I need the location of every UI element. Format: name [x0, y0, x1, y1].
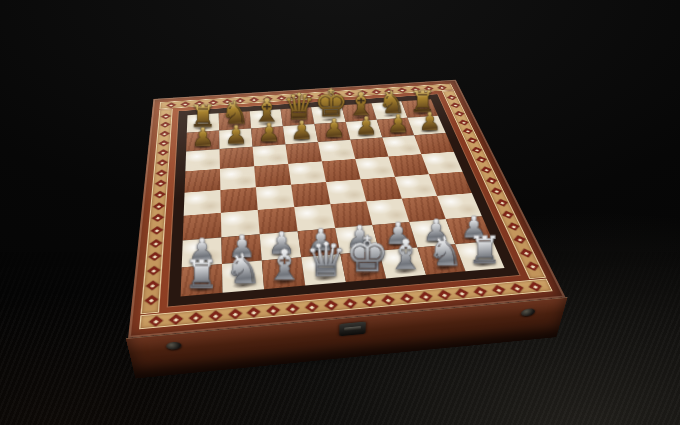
inlay-diamond-center	[366, 299, 371, 303]
inlay-diamond-center	[479, 158, 483, 160]
inlay-diamond-center	[290, 306, 295, 310]
inlay-diamond-center	[197, 102, 201, 104]
inlay-diamond	[169, 314, 183, 324]
square-f7: ♟	[346, 120, 383, 140]
inlay-diamond	[151, 214, 163, 222]
inlay-diamond-center	[440, 87, 443, 89]
inlay-diamond	[153, 191, 165, 198]
inlay-diamond	[400, 293, 413, 303]
square-b6	[220, 147, 255, 169]
piece-white-king: ♚	[346, 230, 387, 279]
inlay-diamond-center	[427, 87, 431, 89]
inlay-diamond	[458, 120, 468, 126]
piece-black-pawn: ♟	[285, 117, 318, 142]
inlay-diamond-center	[232, 312, 237, 316]
inlay-diamond-center	[239, 99, 243, 101]
inlay-diamond	[454, 111, 464, 116]
square-c4	[256, 185, 294, 210]
inlay-diamond	[513, 235, 525, 243]
inlay-diamond	[529, 281, 542, 291]
inlay-diamond-center	[309, 305, 314, 309]
inlay-diamond-center	[347, 92, 351, 94]
square-h4	[429, 172, 472, 196]
inlay-diamond-center	[515, 286, 520, 290]
inlay-diamond	[152, 202, 164, 209]
front-fitting-right	[520, 308, 535, 317]
inlay-diamond-center	[374, 91, 378, 93]
inlay-diamond	[267, 305, 281, 315]
inlay-diamond-center	[307, 95, 311, 97]
inlay-diamond-center	[153, 242, 158, 245]
inlay-diamond-center	[252, 310, 257, 314]
inlay-diamond-center	[489, 179, 493, 182]
square-g4	[395, 174, 437, 198]
inlay-diamond	[437, 290, 450, 300]
square-f5	[355, 157, 395, 180]
inlay-diamond	[286, 303, 300, 313]
square-g5	[388, 154, 428, 177]
inlay-diamond	[491, 188, 502, 195]
inlay-diamond-center	[158, 182, 162, 185]
inlay-diamond-center	[470, 139, 474, 141]
inlay-diamond-center	[387, 90, 391, 92]
inlay-diamond	[208, 310, 222, 320]
inlay-diamond	[446, 95, 455, 100]
inlay-diamond	[148, 252, 161, 261]
square-e5	[322, 159, 361, 182]
square-e7: ♟	[314, 122, 350, 142]
inlay-diamond	[507, 223, 519, 231]
inlay-diamond	[419, 291, 432, 301]
inlay-diamond-center	[404, 296, 409, 300]
inlay-diamond	[157, 150, 168, 156]
board-top: ♜♞♝♛♚♝♞♜♟♟♟♟♟♟♟♟♟♟♟♟♟♟♟♟♜♞♝♛♚♝♞♜	[128, 80, 565, 338]
square-c5	[254, 164, 291, 187]
square-d1: ♛	[301, 254, 346, 286]
front-clasp	[339, 322, 366, 337]
inlay-diamond	[228, 308, 242, 318]
inlay-diamond-center	[334, 93, 338, 95]
inlay-diamond-center	[457, 113, 461, 115]
inlay-diamond	[158, 140, 169, 146]
square-b1: ♞	[222, 261, 264, 293]
inlay-diamond	[147, 266, 160, 275]
inlay-diamond-center	[321, 94, 325, 96]
piece-black-pawn: ♟	[382, 111, 414, 136]
inlay-diamond-center	[523, 251, 528, 254]
inlay-diamond	[156, 159, 167, 165]
inlay-diamond	[145, 280, 158, 290]
inlay-diamond	[496, 199, 507, 206]
inlay-diamond-center	[163, 124, 167, 126]
inlay-diamond-center	[153, 319, 158, 323]
square-d5	[288, 161, 326, 184]
inlay-diamond-center	[517, 238, 522, 241]
inlay-diamond	[456, 288, 469, 298]
inlay-diamond	[324, 300, 338, 310]
inlay-diamond-center	[211, 101, 215, 103]
square-c7: ♟	[251, 126, 285, 146]
square-a5	[185, 169, 221, 193]
inlay-diamond-center	[169, 104, 173, 106]
inlay-diamond	[501, 211, 513, 219]
inlay-diamond-center	[161, 142, 165, 144]
square-h6	[414, 133, 454, 154]
inlay-diamond	[160, 113, 170, 118]
inlay-diamond-center	[414, 88, 418, 90]
inlay-diamond-center	[453, 104, 457, 106]
inlay-diamond-center	[423, 294, 428, 298]
inlay-diamond-center	[193, 315, 198, 319]
photo-backdrop: ♜♞♝♛♚♝♞♜♟♟♟♟♟♟♟♟♟♟♟♟♟♟♟♟♜♞♝♛♚♝♞♜	[0, 0, 680, 425]
square-a7: ♟	[186, 131, 219, 152]
piece-black-pawn: ♟	[350, 113, 382, 138]
inlay-diamond	[381, 295, 394, 305]
square-c1: ♝	[262, 257, 305, 289]
inlay-diamond	[462, 128, 472, 134]
square-b7: ♟	[219, 128, 253, 149]
front-fitting-left	[166, 341, 182, 350]
front-clasp-bar	[344, 326, 361, 331]
piece-white-queen: ♛	[305, 236, 346, 283]
inlay-diamond	[149, 239, 162, 247]
piece-white-bishop: ♝	[386, 234, 427, 276]
inlay-diamond	[160, 122, 170, 128]
inlay-diamond	[476, 156, 487, 162]
inlay-diamond-center	[505, 213, 509, 216]
inlay-diamond-center	[511, 225, 515, 228]
inlay-diamond-center	[329, 303, 334, 307]
inlay-diamond-center	[156, 205, 160, 208]
inlay-diamond	[437, 85, 446, 90]
inlay-diamond-center	[154, 229, 159, 232]
inlay-diamond	[154, 180, 165, 187]
chess-box-scene: ♜♞♝♛♚♝♞♜♟♟♟♟♟♟♟♟♟♟♟♟♟♟♟♟♜♞♝♛♚♝♞♜	[146, 2, 506, 362]
inlay-diamond	[492, 285, 505, 295]
inlay-diamond	[149, 316, 163, 327]
inlay-diamond-center	[530, 265, 535, 268]
inlay-diamond	[159, 131, 170, 137]
square-e4	[326, 179, 366, 204]
inlay-diamond-center	[361, 92, 365, 94]
inlay-diamond	[450, 103, 460, 108]
inlay-diamond-center	[348, 301, 353, 305]
piece-black-pawn: ♟	[414, 109, 446, 134]
inlay-diamond	[474, 286, 487, 296]
inlay-diamond-center	[466, 130, 470, 132]
inlay-diamond-center	[173, 317, 178, 321]
inlay-diamond-center	[155, 216, 160, 219]
square-d7: ♟	[283, 124, 318, 144]
inlay-diamond-center	[441, 293, 446, 297]
inlay-diamond-center	[496, 288, 501, 292]
inlay-diamond	[343, 298, 356, 308]
inlay-diamond-center	[460, 291, 465, 295]
piece-black-pawn: ♟	[318, 115, 351, 140]
inlay-diamond-center	[151, 269, 156, 272]
piece-white-knight: ♞	[223, 249, 264, 290]
inlay-diamond	[519, 248, 531, 257]
inlay-diamond-center	[478, 289, 483, 293]
inlay-diamond	[247, 307, 261, 317]
inlay-diamond-center	[474, 149, 478, 151]
square-e6	[318, 140, 355, 162]
inlay-diamond-center	[293, 96, 297, 98]
inlay-diamond	[526, 262, 538, 271]
inlay-diamond-center	[225, 100, 229, 102]
square-b4	[220, 187, 257, 212]
inlay-diamond	[471, 147, 481, 153]
inlay-diamond-center	[164, 115, 168, 117]
square-a6	[185, 149, 220, 171]
inlay-diamond	[362, 296, 375, 306]
square-a4	[184, 190, 221, 216]
chess-box: ♜♞♝♛♚♝♞♜♟♟♟♟♟♟♟♟♟♟♟♟♟♟♟♟♜♞♝♛♚♝♞♜	[128, 80, 565, 338]
inlay-diamond-center	[252, 99, 256, 101]
inlay-diamond-center	[385, 298, 390, 302]
inlay-diamond	[144, 295, 158, 305]
inlay-diamond	[481, 167, 492, 174]
square-a1: ♜	[181, 264, 223, 297]
inlay-diamond-center	[461, 121, 465, 123]
inlay-diamond-center	[271, 308, 276, 312]
square-h5	[421, 152, 462, 174]
piece-black-pawn: ♟	[186, 124, 219, 150]
square-e1: ♚	[340, 251, 386, 282]
inlay-diamond-center	[499, 201, 503, 204]
inlay-diamond-center	[157, 193, 161, 196]
inlay-diamond	[155, 170, 166, 177]
inlay-diamond-center	[152, 255, 157, 258]
square-d6	[285, 142, 321, 164]
inlay-diamond-center	[150, 283, 155, 287]
square-b5	[220, 166, 256, 190]
inlay-diamond-center	[148, 298, 153, 302]
inlay-diamond-center	[161, 151, 165, 153]
inlay-diamond	[305, 301, 319, 311]
inlay-diamond-center	[266, 98, 270, 100]
piece-black-pawn: ♟	[253, 120, 286, 145]
square-d4	[291, 182, 330, 207]
inlay-diamond-center	[533, 284, 538, 288]
inlay-diamond-center	[494, 190, 498, 193]
inlay-diamond	[150, 226, 162, 234]
inlay-diamond-center	[484, 169, 488, 171]
piece-black-pawn: ♟	[220, 122, 253, 147]
inlay-diamond-center	[213, 313, 218, 317]
inlay-diamond-center	[162, 133, 166, 135]
inlay-diamond-center	[280, 97, 284, 99]
inlay-band-left	[140, 109, 172, 315]
inlay-diamond-center	[183, 103, 187, 105]
inlay-diamond	[511, 283, 524, 293]
inlay-diamond-center	[159, 172, 163, 175]
inlay-diamond	[189, 312, 203, 322]
square-c6	[253, 144, 289, 166]
inlay-diamond	[467, 137, 477, 143]
inlay-diamond-center	[401, 89, 405, 91]
piece-white-rook: ♜	[465, 231, 505, 269]
piece-white-rook: ♜	[181, 255, 223, 294]
piece-white-knight: ♞	[425, 232, 465, 272]
inlay-diamond	[485, 177, 496, 184]
inlay-diamond-center	[160, 161, 164, 163]
inlay-diamond	[166, 102, 176, 107]
inlay-diamond-center	[449, 96, 453, 98]
piece-white-bishop: ♝	[264, 244, 305, 286]
